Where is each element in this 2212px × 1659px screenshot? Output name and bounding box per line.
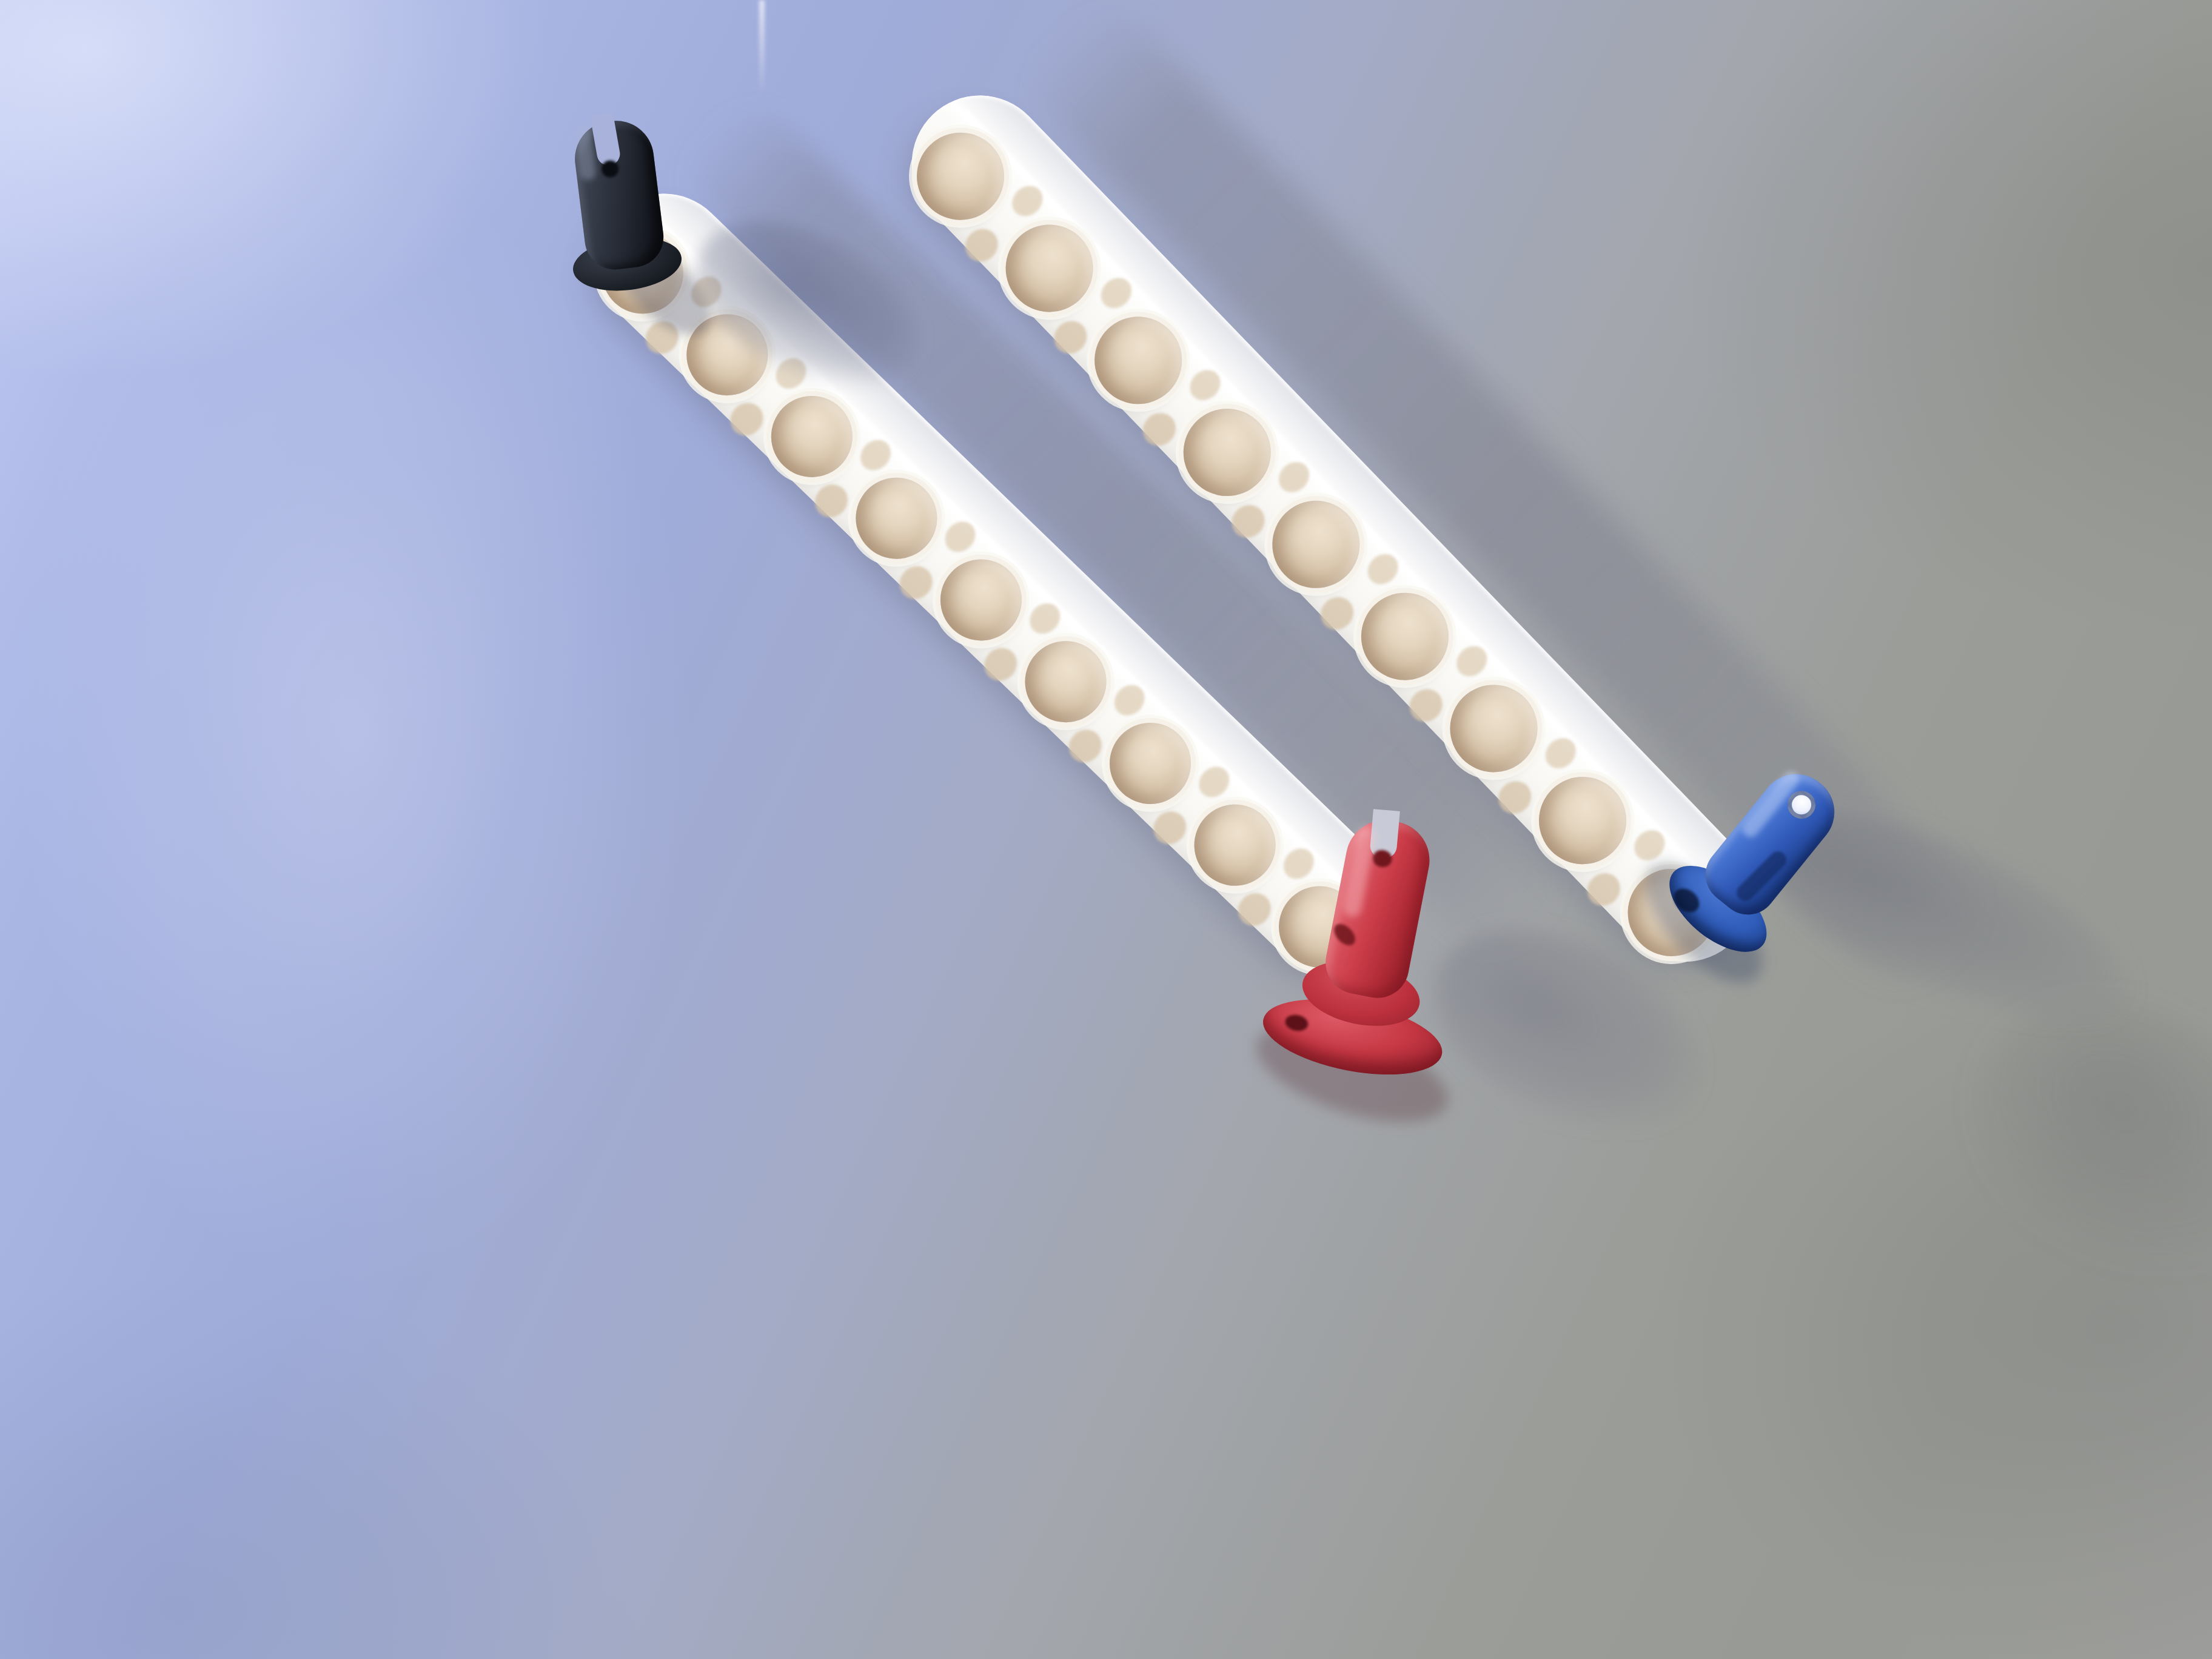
beam-web-gap [977, 641, 1024, 687]
beam-hole-3 [1076, 298, 1200, 422]
beam-web-gap [1094, 272, 1138, 315]
beam-web-gap [1539, 732, 1582, 775]
beam-web-gap [1147, 805, 1193, 851]
beam-hole-4 [1165, 390, 1289, 514]
lego-technic-photo [0, 0, 2212, 1659]
beam-hole-1 [899, 115, 1022, 238]
beam-hole-2 [988, 207, 1111, 330]
beam-hole-5 [923, 543, 1038, 657]
beam-web-gap [1006, 179, 1049, 223]
beam-web-gap [1628, 823, 1671, 866]
beam-hole-3 [754, 379, 869, 494]
beam-hole-7 [1093, 706, 1207, 820]
beam-web-gap [1047, 314, 1093, 360]
beam-web-gap [1450, 640, 1493, 683]
beam-hole-6 [1343, 575, 1467, 699]
beam-hole-8 [1178, 788, 1292, 902]
beam-web-gap [808, 478, 854, 524]
beam-web-gap [1184, 363, 1227, 406]
beam-hole-5 [1255, 483, 1378, 606]
beam-web-gap [1580, 866, 1626, 912]
beam-web-gap [1272, 455, 1315, 498]
beam-web-gap [723, 396, 769, 442]
beam-hole-6 [1008, 624, 1123, 739]
light-streak [759, 0, 765, 97]
beam-web-gap [1136, 406, 1182, 452]
beam-web-gap [1232, 886, 1278, 933]
black-pin [545, 102, 694, 298]
beam-hole-4 [839, 461, 954, 575]
beam-web-gap [854, 434, 897, 477]
beam-web-gap [1062, 723, 1108, 769]
beam-web-gap [1314, 590, 1360, 636]
beam-web-gap [1403, 682, 1449, 728]
beam-web-gap [1193, 760, 1236, 803]
beam-web-gap [1108, 679, 1151, 722]
beam-web-gap [1024, 597, 1067, 640]
beam-web-gap [1225, 498, 1271, 544]
beam-web-gap [1361, 548, 1404, 591]
beam-web-gap [893, 560, 939, 606]
beam-web-gap [958, 222, 1004, 268]
beam-web-gap [939, 515, 982, 558]
